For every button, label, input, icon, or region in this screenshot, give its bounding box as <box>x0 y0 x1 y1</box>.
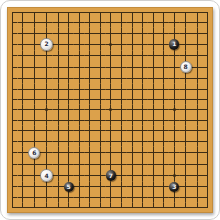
board-intersection[interactable] <box>137 38 148 50</box>
board-intersection[interactable] <box>74 115 85 125</box>
board-intersection[interactable] <box>53 147 64 159</box>
board-intersection[interactable] <box>53 7 64 17</box>
board-intersection[interactable] <box>85 28 96 38</box>
board-intersection[interactable] <box>63 105 74 115</box>
board-intersection[interactable] <box>192 169 203 181</box>
board-intersection[interactable] <box>106 28 117 38</box>
board-intersection[interactable] <box>95 147 106 159</box>
board-intersection[interactable] <box>53 126 64 136</box>
board-intersection[interactable] <box>127 73 138 83</box>
board-intersection[interactable] <box>106 51 117 61</box>
board-intersection[interactable] <box>169 169 180 181</box>
board-intersection[interactable] <box>106 94 117 104</box>
board-intersection[interactable] <box>53 203 64 213</box>
board-intersection[interactable] <box>202 126 213 136</box>
board-intersection[interactable] <box>169 51 180 61</box>
board-intersection[interactable] <box>18 203 29 213</box>
board-intersection[interactable]: 8 <box>180 61 192 73</box>
board-intersection[interactable] <box>85 203 96 213</box>
board-intersection[interactable] <box>28 28 40 38</box>
board-intersection[interactable] <box>7 73 18 83</box>
board-intersection[interactable] <box>18 61 29 73</box>
board-intersection[interactable] <box>148 105 159 115</box>
board-intersection[interactable] <box>53 51 64 61</box>
board-intersection[interactable] <box>116 7 127 17</box>
board-intersection[interactable]: 4 <box>40 169 52 181</box>
board-intersection[interactable] <box>85 159 96 169</box>
board-intersection[interactable] <box>192 51 203 61</box>
board-intersection[interactable] <box>63 126 74 136</box>
board-intersection[interactable] <box>127 192 138 202</box>
board-intersection[interactable] <box>74 28 85 38</box>
board-intersection[interactable] <box>158 94 169 104</box>
board-intersection[interactable] <box>95 73 106 83</box>
board-intersection[interactable] <box>28 94 40 104</box>
board-intersection[interactable] <box>148 38 159 50</box>
board-intersection[interactable] <box>106 7 117 17</box>
board-intersection[interactable] <box>169 159 180 169</box>
board-intersection[interactable] <box>53 84 64 94</box>
board-intersection[interactable] <box>63 7 74 17</box>
board-intersection[interactable] <box>202 38 213 50</box>
board-intersection[interactable] <box>192 105 203 115</box>
board-intersection[interactable] <box>40 126 52 136</box>
board-intersection[interactable] <box>85 51 96 61</box>
board-intersection[interactable] <box>53 28 64 38</box>
board-intersection[interactable] <box>137 61 148 73</box>
board-intersection[interactable] <box>40 105 52 115</box>
board-intersection[interactable] <box>202 136 213 146</box>
board-intersection[interactable] <box>202 7 213 17</box>
board-intersection[interactable] <box>95 17 106 27</box>
board-intersection[interactable] <box>202 28 213 38</box>
board-intersection[interactable] <box>40 182 52 192</box>
board-intersection[interactable] <box>18 136 29 146</box>
board-intersection[interactable] <box>53 136 64 146</box>
board-intersection[interactable] <box>106 84 117 94</box>
board-intersection[interactable] <box>53 115 64 125</box>
board-intersection[interactable] <box>18 94 29 104</box>
board-intersection[interactable] <box>7 61 18 73</box>
board-intersection[interactable] <box>192 147 203 159</box>
board-intersection[interactable] <box>158 84 169 94</box>
board-intersection[interactable] <box>158 136 169 146</box>
board-intersection[interactable] <box>63 73 74 83</box>
board-intersection[interactable] <box>85 115 96 125</box>
board-intersection[interactable] <box>74 203 85 213</box>
board-intersection[interactable] <box>158 51 169 61</box>
board-intersection[interactable] <box>95 28 106 38</box>
board-intersection[interactable] <box>116 169 127 181</box>
board-intersection[interactable] <box>18 159 29 169</box>
board-intersection[interactable] <box>180 203 192 213</box>
board-intersection[interactable] <box>28 17 40 27</box>
board-intersection[interactable] <box>192 136 203 146</box>
board-intersection[interactable] <box>74 51 85 61</box>
board-intersection[interactable] <box>116 28 127 38</box>
board-intersection[interactable] <box>7 105 18 115</box>
board-intersection[interactable] <box>180 169 192 181</box>
board-intersection[interactable] <box>85 169 96 181</box>
board-intersection[interactable] <box>63 147 74 159</box>
board-intersection[interactable] <box>148 51 159 61</box>
board-intersection[interactable] <box>95 105 106 115</box>
board-intersection[interactable] <box>85 61 96 73</box>
board-intersection[interactable] <box>127 203 138 213</box>
board-intersection[interactable] <box>7 38 18 50</box>
board-intersection[interactable] <box>28 61 40 73</box>
board-intersection[interactable] <box>106 203 117 213</box>
board-intersection[interactable] <box>180 136 192 146</box>
board-intersection[interactable] <box>40 203 52 213</box>
board-intersection[interactable] <box>116 17 127 27</box>
board-intersection[interactable]: 6 <box>28 147 40 159</box>
board-intersection[interactable] <box>28 51 40 61</box>
board-intersection[interactable] <box>106 17 117 27</box>
board-intersection[interactable] <box>169 73 180 83</box>
board-intersection[interactable] <box>18 192 29 202</box>
board-intersection[interactable] <box>63 169 74 181</box>
board-intersection[interactable] <box>7 147 18 159</box>
board-intersection[interactable] <box>85 84 96 94</box>
board-intersection[interactable] <box>40 84 52 94</box>
board-intersection[interactable] <box>202 84 213 94</box>
board-intersection[interactable] <box>40 115 52 125</box>
board-intersection[interactable] <box>95 7 106 17</box>
board-intersection[interactable] <box>202 192 213 202</box>
board-intersection[interactable] <box>116 126 127 136</box>
board-intersection[interactable] <box>180 73 192 83</box>
board-intersection[interactable] <box>169 126 180 136</box>
board-intersection[interactable] <box>192 94 203 104</box>
board-intersection[interactable] <box>7 94 18 104</box>
board-intersection[interactable] <box>158 182 169 192</box>
board-intersection[interactable] <box>53 192 64 202</box>
board-intersection[interactable] <box>169 61 180 73</box>
board-intersection[interactable] <box>116 136 127 146</box>
board-intersection[interactable] <box>63 192 74 202</box>
board-intersection[interactable] <box>202 159 213 169</box>
board-intersection[interactable] <box>116 203 127 213</box>
board-intersection[interactable] <box>106 105 117 115</box>
board-intersection[interactable] <box>63 84 74 94</box>
board-intersection[interactable] <box>127 169 138 181</box>
board-intersection[interactable] <box>116 84 127 94</box>
board-intersection[interactable] <box>7 84 18 94</box>
board-intersection[interactable] <box>85 136 96 146</box>
board-intersection[interactable] <box>63 61 74 73</box>
board-intersection[interactable] <box>169 28 180 38</box>
board-intersection[interactable] <box>158 192 169 202</box>
board-intersection[interactable] <box>7 169 18 181</box>
board-intersection[interactable] <box>95 159 106 169</box>
board-intersection[interactable] <box>116 115 127 125</box>
board-intersection[interactable]: 3 <box>169 182 180 192</box>
board-intersection[interactable] <box>53 159 64 169</box>
board-intersection[interactable] <box>202 73 213 83</box>
board-intersection[interactable] <box>180 94 192 104</box>
board-intersection[interactable] <box>18 7 29 17</box>
board-intersection[interactable]: 2 <box>40 38 52 50</box>
board-intersection[interactable] <box>116 73 127 83</box>
board-intersection[interactable] <box>7 136 18 146</box>
board-intersection[interactable] <box>192 115 203 125</box>
board-intersection[interactable] <box>106 159 117 169</box>
board-intersection[interactable] <box>202 115 213 125</box>
board-intersection[interactable] <box>28 126 40 136</box>
board-intersection[interactable] <box>158 147 169 159</box>
board-intersection[interactable] <box>148 203 159 213</box>
board-intersection[interactable] <box>28 136 40 146</box>
board-intersection[interactable] <box>74 105 85 115</box>
board-intersection[interactable] <box>137 159 148 169</box>
board-intersection[interactable] <box>148 61 159 73</box>
board-intersection[interactable] <box>180 84 192 94</box>
board-intersection[interactable] <box>127 51 138 61</box>
board-intersection[interactable] <box>127 84 138 94</box>
board-intersection[interactable] <box>95 182 106 192</box>
board-intersection[interactable] <box>192 159 203 169</box>
board-intersection[interactable] <box>95 94 106 104</box>
board-intersection[interactable] <box>192 203 203 213</box>
board-intersection[interactable] <box>169 203 180 213</box>
board-intersection[interactable] <box>28 203 40 213</box>
board-intersection[interactable] <box>63 115 74 125</box>
board-intersection[interactable] <box>53 182 64 192</box>
board-intersection[interactable] <box>127 126 138 136</box>
board-intersection[interactable] <box>169 105 180 115</box>
board-intersection[interactable] <box>74 159 85 169</box>
board-intersection[interactable] <box>85 17 96 27</box>
board-intersection[interactable] <box>95 192 106 202</box>
board-intersection[interactable] <box>18 105 29 115</box>
board-intersection[interactable] <box>106 192 117 202</box>
board-intersection[interactable] <box>158 115 169 125</box>
board-intersection[interactable] <box>180 7 192 17</box>
board-intersection[interactable] <box>18 169 29 181</box>
board-intersection[interactable] <box>7 159 18 169</box>
board-intersection[interactable] <box>169 136 180 146</box>
board-intersection[interactable] <box>158 28 169 38</box>
board-intersection[interactable] <box>137 169 148 181</box>
board-intersection[interactable] <box>85 73 96 83</box>
board-intersection[interactable] <box>148 159 159 169</box>
board-intersection[interactable] <box>116 105 127 115</box>
board-intersection[interactable] <box>180 182 192 192</box>
board-intersection[interactable] <box>192 192 203 202</box>
board-intersection[interactable] <box>137 7 148 17</box>
board-intersection[interactable] <box>202 94 213 104</box>
board-intersection[interactable] <box>28 182 40 192</box>
board-intersection[interactable]: 1 <box>169 38 180 50</box>
board-intersection[interactable] <box>169 115 180 125</box>
board-intersection[interactable] <box>137 73 148 83</box>
board-intersection[interactable] <box>137 94 148 104</box>
board-intersection[interactable] <box>180 159 192 169</box>
board-intersection[interactable] <box>40 7 52 17</box>
board-intersection[interactable] <box>137 203 148 213</box>
board-intersection[interactable] <box>148 73 159 83</box>
board-intersection[interactable] <box>127 115 138 125</box>
board-intersection[interactable] <box>116 51 127 61</box>
board-intersection[interactable] <box>40 61 52 73</box>
board-intersection[interactable] <box>95 169 106 181</box>
board-intersection[interactable] <box>40 28 52 38</box>
board-intersection[interactable] <box>106 126 117 136</box>
board-intersection[interactable]: 7 <box>106 169 117 181</box>
board-intersection[interactable] <box>74 147 85 159</box>
board-intersection[interactable] <box>18 126 29 136</box>
board-intersection[interactable] <box>148 169 159 181</box>
board-intersection[interactable] <box>169 94 180 104</box>
board-intersection[interactable] <box>85 105 96 115</box>
board-intersection[interactable] <box>192 61 203 73</box>
board-intersection[interactable] <box>192 38 203 50</box>
board-intersection[interactable] <box>137 51 148 61</box>
board-intersection[interactable] <box>127 7 138 17</box>
board-intersection[interactable] <box>74 84 85 94</box>
board-intersection[interactable] <box>192 7 203 17</box>
board-intersection[interactable] <box>148 84 159 94</box>
board-intersection[interactable] <box>180 115 192 125</box>
board-intersection[interactable] <box>148 126 159 136</box>
board-intersection[interactable] <box>7 51 18 61</box>
board-intersection[interactable] <box>40 192 52 202</box>
board-intersection[interactable] <box>148 136 159 146</box>
board-intersection[interactable] <box>95 115 106 125</box>
board-intersection[interactable] <box>158 169 169 181</box>
board-intersection[interactable] <box>28 169 40 181</box>
board-intersection[interactable] <box>40 94 52 104</box>
board-intersection[interactable] <box>7 28 18 38</box>
board-intersection[interactable] <box>53 17 64 27</box>
board-intersection[interactable] <box>116 38 127 50</box>
board-intersection[interactable] <box>148 182 159 192</box>
board-intersection[interactable] <box>53 61 64 73</box>
board-intersection[interactable] <box>158 61 169 73</box>
board-intersection[interactable] <box>116 61 127 73</box>
board-intersection[interactable] <box>63 38 74 50</box>
board-intersection[interactable] <box>158 159 169 169</box>
board-intersection[interactable] <box>116 159 127 169</box>
board-intersection[interactable] <box>127 94 138 104</box>
board-intersection[interactable] <box>95 203 106 213</box>
board-intersection[interactable] <box>18 38 29 50</box>
board-intersection[interactable] <box>192 182 203 192</box>
board-intersection[interactable] <box>148 115 159 125</box>
board-intersection[interactable] <box>53 169 64 181</box>
board-intersection[interactable] <box>202 147 213 159</box>
board-intersection[interactable] <box>40 136 52 146</box>
board-intersection[interactable] <box>40 73 52 83</box>
board-intersection[interactable] <box>180 105 192 115</box>
board-intersection[interactable] <box>63 159 74 169</box>
board-intersection[interactable] <box>180 17 192 27</box>
board-intersection[interactable] <box>180 28 192 38</box>
board-intersection[interactable] <box>53 94 64 104</box>
board-intersection[interactable] <box>28 105 40 115</box>
board-intersection[interactable] <box>18 182 29 192</box>
board-intersection[interactable] <box>137 115 148 125</box>
board-intersection[interactable] <box>18 115 29 125</box>
board-intersection[interactable] <box>28 7 40 17</box>
board-intersection[interactable] <box>95 136 106 146</box>
board-intersection[interactable] <box>74 73 85 83</box>
board-intersection[interactable] <box>63 28 74 38</box>
board-intersection[interactable] <box>192 126 203 136</box>
board-intersection[interactable] <box>106 73 117 83</box>
board-intersection[interactable] <box>106 182 117 192</box>
board-intersection[interactable] <box>127 28 138 38</box>
board-intersection[interactable] <box>53 73 64 83</box>
board-intersection[interactable] <box>74 7 85 17</box>
board-intersection[interactable] <box>95 61 106 73</box>
board-intersection[interactable] <box>106 115 117 125</box>
board-intersection[interactable] <box>28 84 40 94</box>
board-intersection[interactable] <box>148 94 159 104</box>
board-intersection[interactable] <box>95 84 106 94</box>
board-intersection[interactable] <box>180 147 192 159</box>
board-intersection[interactable] <box>137 84 148 94</box>
board-intersection[interactable] <box>74 169 85 181</box>
board-intersection[interactable] <box>74 182 85 192</box>
board-intersection[interactable] <box>53 105 64 115</box>
board-intersection[interactable] <box>158 126 169 136</box>
board-intersection[interactable] <box>74 94 85 104</box>
board-intersection[interactable] <box>63 17 74 27</box>
board-intersection[interactable] <box>148 147 159 159</box>
board-intersection[interactable] <box>74 17 85 27</box>
board-intersection[interactable] <box>28 38 40 50</box>
board-intersection[interactable] <box>127 147 138 159</box>
board-intersection[interactable] <box>95 51 106 61</box>
board-intersection[interactable] <box>74 136 85 146</box>
board-intersection[interactable] <box>127 182 138 192</box>
board-intersection[interactable] <box>137 147 148 159</box>
board-intersection[interactable] <box>127 38 138 50</box>
board-intersection[interactable] <box>53 38 64 50</box>
board-intersection[interactable] <box>158 105 169 115</box>
board-intersection[interactable] <box>127 159 138 169</box>
board-intersection[interactable] <box>192 84 203 94</box>
board-intersection[interactable] <box>28 159 40 169</box>
board-intersection[interactable] <box>169 84 180 94</box>
board-intersection[interactable] <box>158 17 169 27</box>
board-intersection[interactable] <box>137 136 148 146</box>
board-intersection[interactable] <box>202 61 213 73</box>
board-intersection[interactable] <box>106 38 117 50</box>
board-intersection[interactable] <box>74 61 85 73</box>
board-intersection[interactable] <box>63 203 74 213</box>
board-intersection[interactable] <box>74 38 85 50</box>
board-intersection[interactable] <box>202 17 213 27</box>
board-intersection[interactable] <box>7 115 18 125</box>
board-intersection[interactable] <box>116 94 127 104</box>
board-intersection[interactable] <box>18 84 29 94</box>
board-intersection[interactable] <box>106 147 117 159</box>
board-intersection[interactable] <box>85 147 96 159</box>
board-intersection[interactable] <box>95 38 106 50</box>
board-intersection[interactable] <box>40 51 52 61</box>
board-intersection[interactable] <box>74 126 85 136</box>
board-intersection[interactable] <box>127 105 138 115</box>
board-intersection[interactable] <box>40 159 52 169</box>
board-intersection[interactable] <box>106 61 117 73</box>
board-intersection[interactable] <box>28 115 40 125</box>
board-intersection[interactable] <box>7 7 18 17</box>
board-intersection[interactable] <box>74 192 85 202</box>
board-intersection[interactable] <box>158 38 169 50</box>
